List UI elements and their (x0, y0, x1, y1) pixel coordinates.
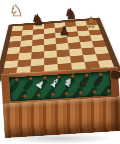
tray-slot-1 (9, 80, 20, 93)
tray-peg-14 (107, 89, 111, 93)
tray-peg-8 (23, 94, 27, 98)
storage-box: ♟♝♞♟♝ (1, 67, 120, 140)
box-front-face (3, 97, 120, 138)
black-pawn-piece: ♟ (59, 25, 70, 37)
white-bishop-piece: ♗ (85, 15, 98, 29)
tray-peg-11 (65, 91, 69, 95)
tray-light-pawn: ♟ (34, 78, 47, 91)
felt-tray: ♟♝♞♟♝ (9, 71, 111, 101)
tray-peg-9 (37, 93, 41, 97)
black-knight-piece-2: ♞ (64, 7, 77, 22)
tray-peg-12 (79, 91, 83, 95)
ground-shadow (4, 133, 114, 144)
tray-light-knight: ♞ (61, 75, 75, 90)
box-clasp (111, 70, 120, 78)
tray-peg-10 (51, 92, 55, 96)
white-knight-piece: ♘ (9, 3, 23, 19)
black-knight-piece-1: ♞ (31, 13, 44, 28)
chess-set-product-photo: ♘♞♞♟♗ ♟♝♞♟♝ (0, 0, 120, 144)
tray-peg-13 (93, 90, 97, 94)
